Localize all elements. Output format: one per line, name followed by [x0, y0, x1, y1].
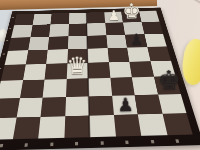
- board-square-r0c6: ♚: [121, 11, 141, 22]
- white-queen: ♛: [66, 54, 88, 78]
- board-square-r4c1: [23, 64, 47, 80]
- black-pawn: ♟: [130, 32, 144, 47]
- board-square-r6c7: [158, 94, 187, 114]
- board-square-r0c0: [14, 14, 34, 26]
- chess-board: ♟♚♟♛♚♟: [0, 7, 200, 150]
- board-square-r1c5: [105, 23, 125, 35]
- board-square-r6c1: [16, 97, 42, 117]
- board-square-r7c3: [64, 115, 90, 137]
- board-square-r3c2: [46, 49, 67, 64]
- board-square-r5c0: [0, 80, 23, 98]
- board-square-r2c2: [48, 36, 68, 50]
- file-coordinate-ticks: [0, 139, 191, 148]
- board-square-r4c3: ♛: [66, 63, 88, 79]
- board-square-r4c5: [109, 62, 132, 78]
- board-square-r2c3: [68, 36, 88, 50]
- board-square-r1c0: [11, 25, 32, 38]
- board-square-r5c6: [132, 77, 158, 95]
- board-square-r2c0: [8, 37, 30, 51]
- board-square-r1c7: [141, 22, 163, 34]
- board-square-r7c6: [138, 114, 167, 136]
- board-square-r4c2: [44, 63, 66, 79]
- board-square-r5c3: [66, 79, 89, 97]
- board-square-r7c1: [12, 117, 40, 139]
- board-square-r6c3: [65, 96, 89, 116]
- board-square-r7c2: [38, 116, 65, 138]
- board-square-r5c7: ♚: [154, 76, 181, 94]
- board-square-r1c4: [87, 23, 106, 35]
- board-square-r2c4: [87, 35, 107, 49]
- board-square-r6c0: [0, 98, 20, 118]
- board-square-r2c7: [144, 34, 167, 47]
- board-square-r3c4: [87, 48, 108, 63]
- board-square-r4c0: [1, 65, 26, 81]
- board-square-r4c4: [88, 62, 110, 78]
- board-square-r3c1: [25, 50, 47, 65]
- board-grid: ♟♚♟♛♚♟: [0, 11, 193, 140]
- board-square-r1c2: [49, 24, 68, 36]
- board-square-r3c7: [147, 46, 171, 61]
- board-square-r2c1: [28, 37, 49, 51]
- board-square-r6c5: ♟: [112, 95, 138, 115]
- board-square-r0c5: ♟: [104, 12, 123, 23]
- board-square-r0c7: [139, 11, 160, 22]
- board-square-r6c4: [89, 95, 114, 115]
- board-square-r1c3: [68, 24, 87, 36]
- board-square-r5c4: [88, 78, 111, 96]
- board-square-r6c2: [41, 97, 66, 117]
- board-square-r7c4: [89, 115, 115, 137]
- board-square-r5c1: [20, 80, 45, 98]
- photo-scene: ♟♚♟♛♚♟: [0, 0, 200, 150]
- board-square-r0c1: [32, 14, 51, 25]
- black-pawn: ♟: [117, 95, 134, 114]
- black-king: ♚: [157, 67, 181, 94]
- board-square-r3c5: [107, 48, 129, 63]
- board-square-r5c2: [43, 79, 67, 97]
- board-square-r0c2: [50, 13, 69, 24]
- table-edge-line: [156, 0, 200, 13]
- white-pawn: ♟: [107, 9, 120, 23]
- board-square-r1c1: [30, 25, 50, 37]
- board-square-r2c5: [106, 35, 127, 49]
- board-square-r7c5: [113, 114, 141, 136]
- board-square-r0c4: [86, 12, 104, 23]
- board-square-r0c3: [69, 13, 87, 24]
- white-king: ♚: [122, 1, 141, 22]
- board-square-r3c0: [5, 50, 28, 65]
- board-square-r7c7: [162, 113, 193, 135]
